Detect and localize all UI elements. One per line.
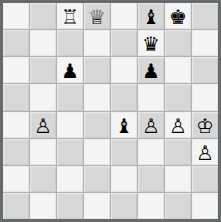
square-h6[interactable] <box>192 57 218 83</box>
square-d5[interactable] <box>84 84 110 110</box>
square-e7[interactable] <box>111 30 137 56</box>
piece-white-pawn: ♙ <box>169 115 187 135</box>
square-a3[interactable] <box>3 139 29 165</box>
square-c6[interactable]: ♟ <box>57 57 83 83</box>
square-h3[interactable]: ♙ <box>192 139 218 165</box>
square-f8[interactable]: ♝ <box>138 3 164 29</box>
square-e8[interactable] <box>111 3 137 29</box>
piece-black-pawn: ♟ <box>142 61 160 81</box>
square-d6[interactable] <box>84 57 110 83</box>
chess-board-frame: ♖♕♝♚♛♟♟♙♝♙♙♔♙ <box>0 0 221 222</box>
square-b7[interactable] <box>30 30 56 56</box>
square-f4[interactable]: ♙ <box>138 112 164 138</box>
square-g4[interactable]: ♙ <box>165 112 191 138</box>
square-f5[interactable] <box>138 84 164 110</box>
chess-board: ♖♕♝♚♛♟♟♙♝♙♙♔♙ <box>3 3 218 219</box>
square-f3[interactable] <box>138 139 164 165</box>
piece-white-pawn: ♙ <box>196 142 214 162</box>
square-b8[interactable] <box>30 3 56 29</box>
square-c8[interactable]: ♖ <box>57 3 83 29</box>
square-b1[interactable] <box>30 193 56 219</box>
square-h2[interactable] <box>192 166 218 192</box>
square-b4[interactable]: ♙ <box>30 112 56 138</box>
square-h8[interactable] <box>192 3 218 29</box>
square-g3[interactable] <box>165 139 191 165</box>
square-g2[interactable] <box>165 166 191 192</box>
square-a6[interactable] <box>3 57 29 83</box>
square-c5[interactable] <box>57 84 83 110</box>
square-d1[interactable] <box>84 193 110 219</box>
piece-white-rook: ♖ <box>61 7 79 27</box>
square-h4[interactable]: ♔ <box>192 112 218 138</box>
square-c2[interactable] <box>57 166 83 192</box>
square-h7[interactable] <box>192 30 218 56</box>
square-b5[interactable] <box>30 84 56 110</box>
square-g7[interactable] <box>165 30 191 56</box>
piece-black-bishop: ♝ <box>115 115 133 135</box>
square-c3[interactable] <box>57 139 83 165</box>
square-c4[interactable] <box>57 112 83 138</box>
piece-white-pawn: ♙ <box>34 115 52 135</box>
square-d7[interactable] <box>84 30 110 56</box>
square-a5[interactable] <box>3 84 29 110</box>
piece-black-queen: ♛ <box>142 34 160 54</box>
square-f6[interactable]: ♟ <box>138 57 164 83</box>
piece-black-bishop: ♝ <box>142 7 160 27</box>
square-h1[interactable] <box>192 193 218 219</box>
square-f1[interactable] <box>138 193 164 219</box>
square-g8[interactable]: ♚ <box>165 3 191 29</box>
piece-black-pawn: ♟ <box>61 61 79 81</box>
square-h5[interactable] <box>192 84 218 110</box>
square-e6[interactable] <box>111 57 137 83</box>
square-b2[interactable] <box>30 166 56 192</box>
piece-white-king: ♔ <box>196 115 214 135</box>
square-g5[interactable] <box>165 84 191 110</box>
square-e2[interactable] <box>111 166 137 192</box>
square-d3[interactable] <box>84 139 110 165</box>
square-d2[interactable] <box>84 166 110 192</box>
square-a8[interactable] <box>3 3 29 29</box>
piece-black-king: ♚ <box>169 7 187 27</box>
piece-white-pawn: ♙ <box>142 115 160 135</box>
square-c1[interactable] <box>57 193 83 219</box>
square-e4[interactable]: ♝ <box>111 112 137 138</box>
square-e1[interactable] <box>111 193 137 219</box>
piece-white-queen: ♕ <box>88 7 106 27</box>
square-a2[interactable] <box>3 166 29 192</box>
square-b3[interactable] <box>30 139 56 165</box>
square-d8[interactable]: ♕ <box>84 3 110 29</box>
square-c7[interactable] <box>57 30 83 56</box>
square-f2[interactable] <box>138 166 164 192</box>
square-e3[interactable] <box>111 139 137 165</box>
square-d4[interactable] <box>84 112 110 138</box>
square-g6[interactable] <box>165 57 191 83</box>
square-b6[interactable] <box>30 57 56 83</box>
square-f7[interactable]: ♛ <box>138 30 164 56</box>
square-a1[interactable] <box>3 193 29 219</box>
square-g1[interactable] <box>165 193 191 219</box>
square-e5[interactable] <box>111 84 137 110</box>
square-a7[interactable] <box>3 30 29 56</box>
square-a4[interactable] <box>3 112 29 138</box>
